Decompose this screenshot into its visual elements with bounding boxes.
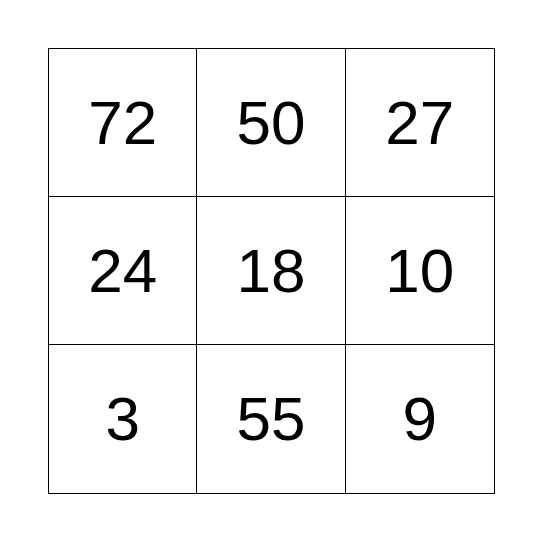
cell-r3c1[interactable]: 3 bbox=[49, 345, 197, 493]
cell-r2c1[interactable]: 24 bbox=[49, 197, 197, 345]
cell-r1c3[interactable]: 27 bbox=[346, 49, 494, 197]
page: 72 50 27 24 18 10 3 55 9 bbox=[0, 0, 544, 544]
number-grid-board: 72 50 27 24 18 10 3 55 9 bbox=[48, 48, 495, 494]
cell-r1c1[interactable]: 72 bbox=[49, 49, 197, 197]
cell-r3c2[interactable]: 55 bbox=[197, 345, 345, 493]
cell-r2c2[interactable]: 18 bbox=[197, 197, 345, 345]
cell-r3c3[interactable]: 9 bbox=[346, 345, 494, 493]
cell-r2c3[interactable]: 10 bbox=[346, 197, 494, 345]
cell-r1c2[interactable]: 50 bbox=[197, 49, 345, 197]
